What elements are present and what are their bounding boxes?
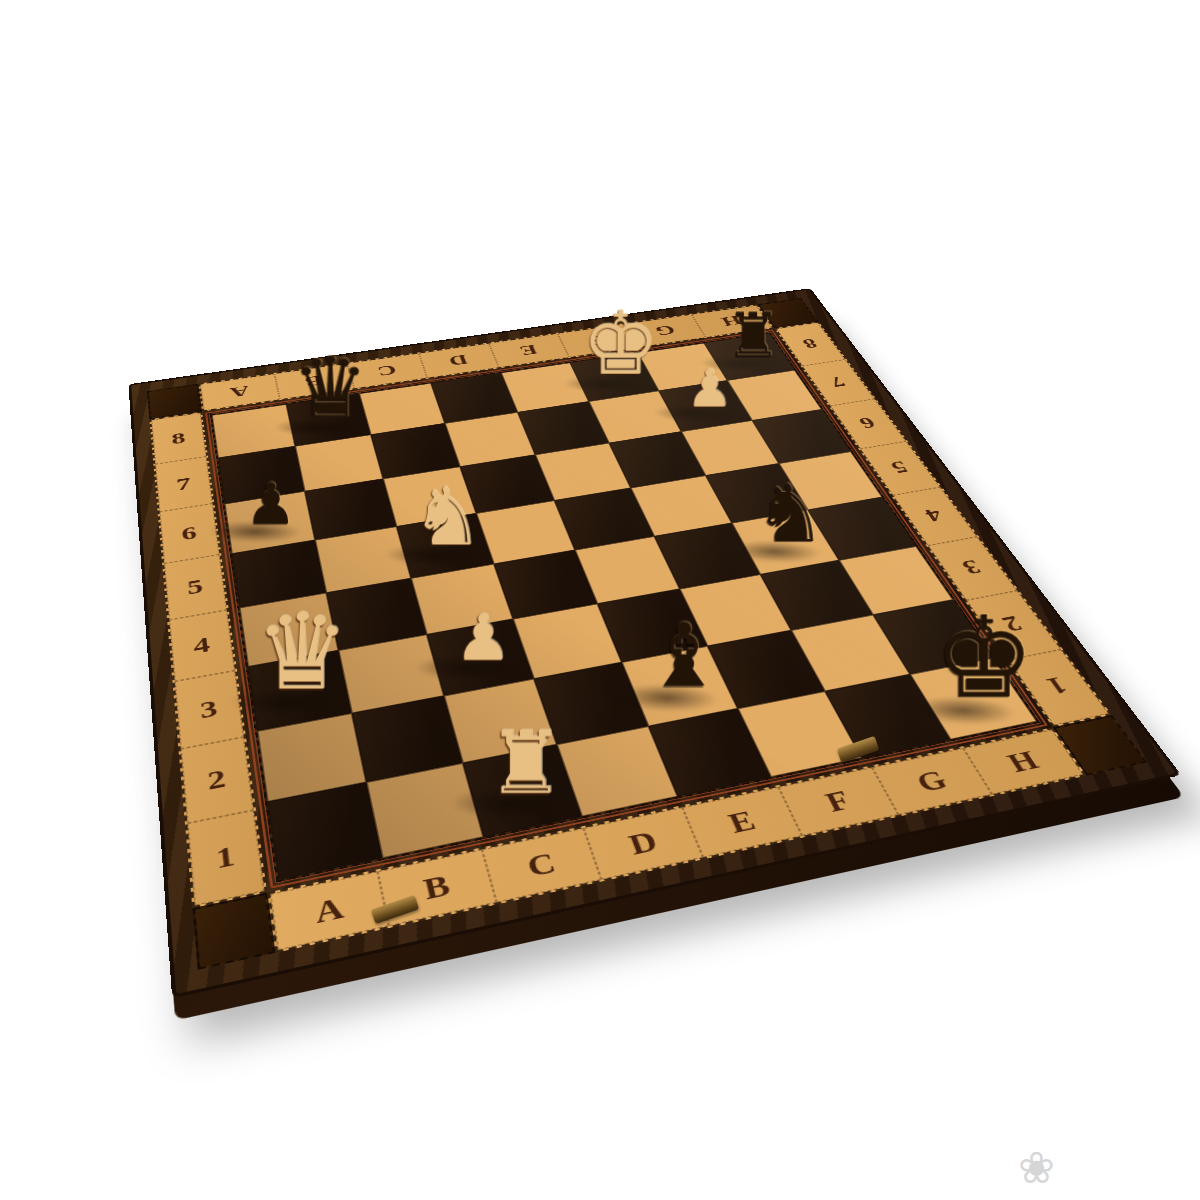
pawn-glyph: ♟ xyxy=(672,365,746,413)
rank-label: 4 xyxy=(169,610,235,681)
pawn-glyph: ♟ xyxy=(230,478,312,531)
product-photo: ABCDEFGH ABCDEFGH 87654321 87654321 ♛♚♜♟… xyxy=(0,0,1200,1200)
king-glyph: ♚ xyxy=(934,606,1028,710)
rook-glyph: ♜ xyxy=(476,724,576,804)
rank-label: 2 xyxy=(181,737,254,823)
rank-label: 1 xyxy=(187,810,264,906)
rank-label: 5 xyxy=(164,554,227,619)
knight-glyph: ♞ xyxy=(749,477,832,551)
rank-label: 8 xyxy=(151,413,206,464)
flower-watermark-icon: ❀ xyxy=(1018,1142,1055,1193)
rank-label: 3 xyxy=(175,671,244,749)
bishop-glyph: ♝ xyxy=(638,617,731,697)
queen-glyph: ♛ xyxy=(255,605,348,702)
knight-glyph: ♞ xyxy=(406,481,489,555)
rank-label: 6 xyxy=(160,503,220,563)
rank-label: 7 xyxy=(155,456,212,511)
rank-label: 6 xyxy=(830,399,906,449)
pawn-glyph: ♟ xyxy=(438,609,529,667)
